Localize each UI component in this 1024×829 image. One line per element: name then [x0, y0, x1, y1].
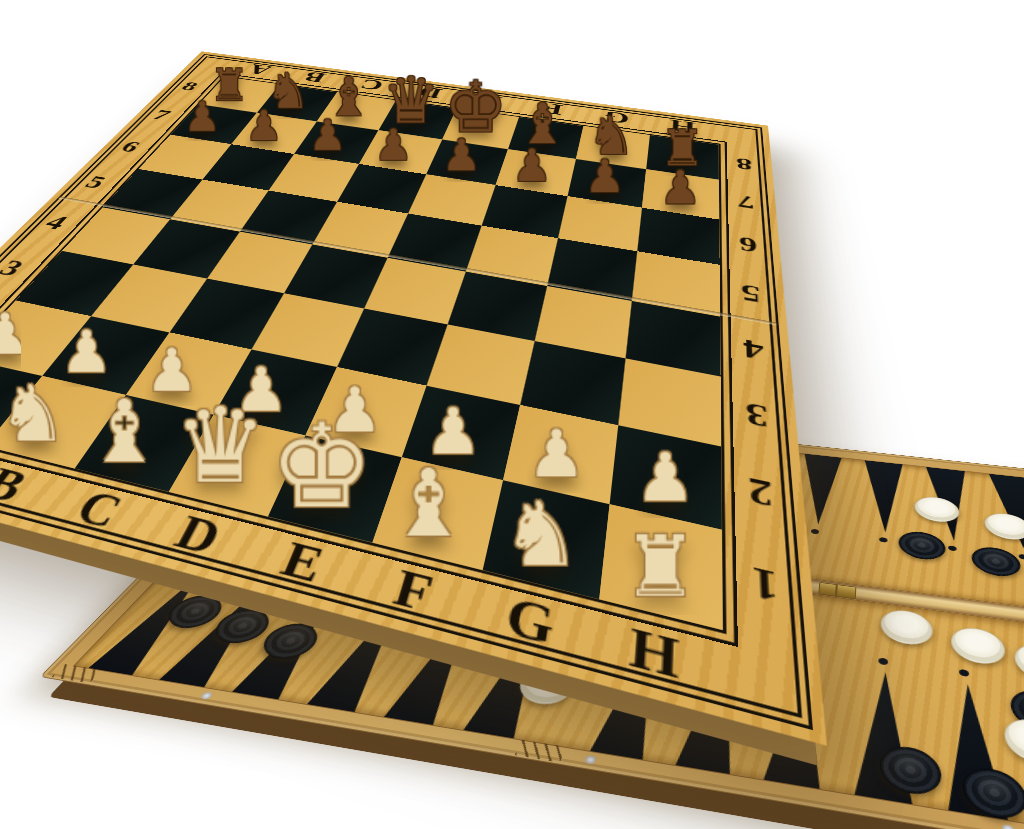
product-photo-scene: ♜♞♝♛♚♝♞♜♟♟♟♟♟♟♟♟♟♟♟♟♟♟♟♟♜♞♝♛♚♝♞♜ ABCDEFG… [0, 0, 1024, 829]
rank-label-1: 1 [727, 528, 808, 648]
square-e7[interactable]: ♟ [426, 140, 508, 185]
rank-label-6: 6 [723, 219, 776, 273]
white-bishop[interactable]: ♝ [86, 389, 163, 475]
chess-board-anchor: ♜♞♝♛♚♝♞♜♟♟♟♟♟♟♟♟♟♟♟♟♟♟♟♟♜♞♝♛♚♝♞♜ ABCDEFG… [62, 0, 710, 580]
inner-frame-line: ♜♞♝♛♚♝♞♜♟♟♟♟♟♟♟♟♟♟♟♟♟♟♟♟♜♞♝♛♚♝♞♜ [0, 76, 726, 634]
black-checker[interactable] [880, 742, 943, 798]
square-g3[interactable] [520, 341, 625, 425]
square-g1[interactable]: ♞ [483, 480, 610, 599]
white-rook[interactable]: ♜ [623, 524, 699, 608]
black-checker[interactable] [1008, 687, 1024, 736]
white-pawn[interactable]: ♟ [0, 307, 30, 364]
backgammon-point[interactable] [939, 680, 1009, 820]
decorative-dot [811, 529, 820, 535]
white-bishop[interactable]: ♝ [387, 458, 470, 551]
decorative-dot [1019, 554, 1024, 560]
white-knight[interactable]: ♞ [501, 490, 581, 579]
rank-label-8: 8 [722, 144, 769, 186]
white-pawn[interactable]: ♟ [527, 422, 586, 487]
white-pawn[interactable]: ♟ [61, 324, 113, 382]
rank-label-2: 2 [726, 445, 799, 544]
black-pawn[interactable]: ♟ [442, 134, 481, 178]
white-king[interactable]: ♚ [269, 408, 373, 524]
white-checker[interactable] [950, 625, 1008, 667]
white-checker[interactable] [1012, 641, 1024, 685]
white-pawn[interactable]: ♟ [635, 445, 695, 512]
square-f1[interactable]: ♝ [372, 457, 503, 570]
chess-squares: ♜♞♝♛♚♝♞♜♟♟♟♟♟♟♟♟♟♟♟♟♟♟♟♟♜♞♝♛♚♝♞♜ [0, 77, 723, 630]
rank-label-4: 4 [724, 316, 786, 387]
magnet-dot [1002, 824, 1015, 829]
backgammon-point[interactable] [862, 460, 906, 535]
white-queen[interactable]: ♛ [174, 395, 267, 499]
decorative-dot [948, 545, 957, 551]
white-checker[interactable] [1001, 715, 1024, 767]
black-checker[interactable] [970, 545, 1023, 579]
black-pawn[interactable]: ♟ [309, 115, 347, 157]
decorative-dot [959, 669, 970, 677]
black-checker[interactable] [899, 530, 947, 563]
backgammon-point[interactable] [988, 474, 1024, 552]
decorative-dot [879, 537, 887, 543]
black-pawn[interactable]: ♟ [660, 165, 701, 211]
black-checker[interactable] [961, 764, 1024, 822]
white-checker[interactable] [881, 607, 934, 647]
magnet-dot [584, 755, 597, 765]
white-knight[interactable]: ♞ [0, 375, 68, 453]
black-pawn[interactable]: ♟ [374, 124, 412, 167]
black-pawn[interactable]: ♟ [245, 106, 282, 148]
backgammon-point[interactable] [853, 668, 913, 804]
black-pawn[interactable]: ♟ [585, 154, 626, 199]
magnet-dot [199, 692, 213, 701]
black-pawn[interactable]: ♟ [184, 97, 221, 138]
rank-label-7: 7 [722, 179, 772, 226]
rank-label-3: 3 [725, 375, 792, 459]
decorative-dot [878, 657, 888, 665]
black-pawn[interactable]: ♟ [512, 144, 552, 188]
hinge-icon [818, 582, 856, 599]
square-h1[interactable]: ♜ [599, 504, 722, 630]
